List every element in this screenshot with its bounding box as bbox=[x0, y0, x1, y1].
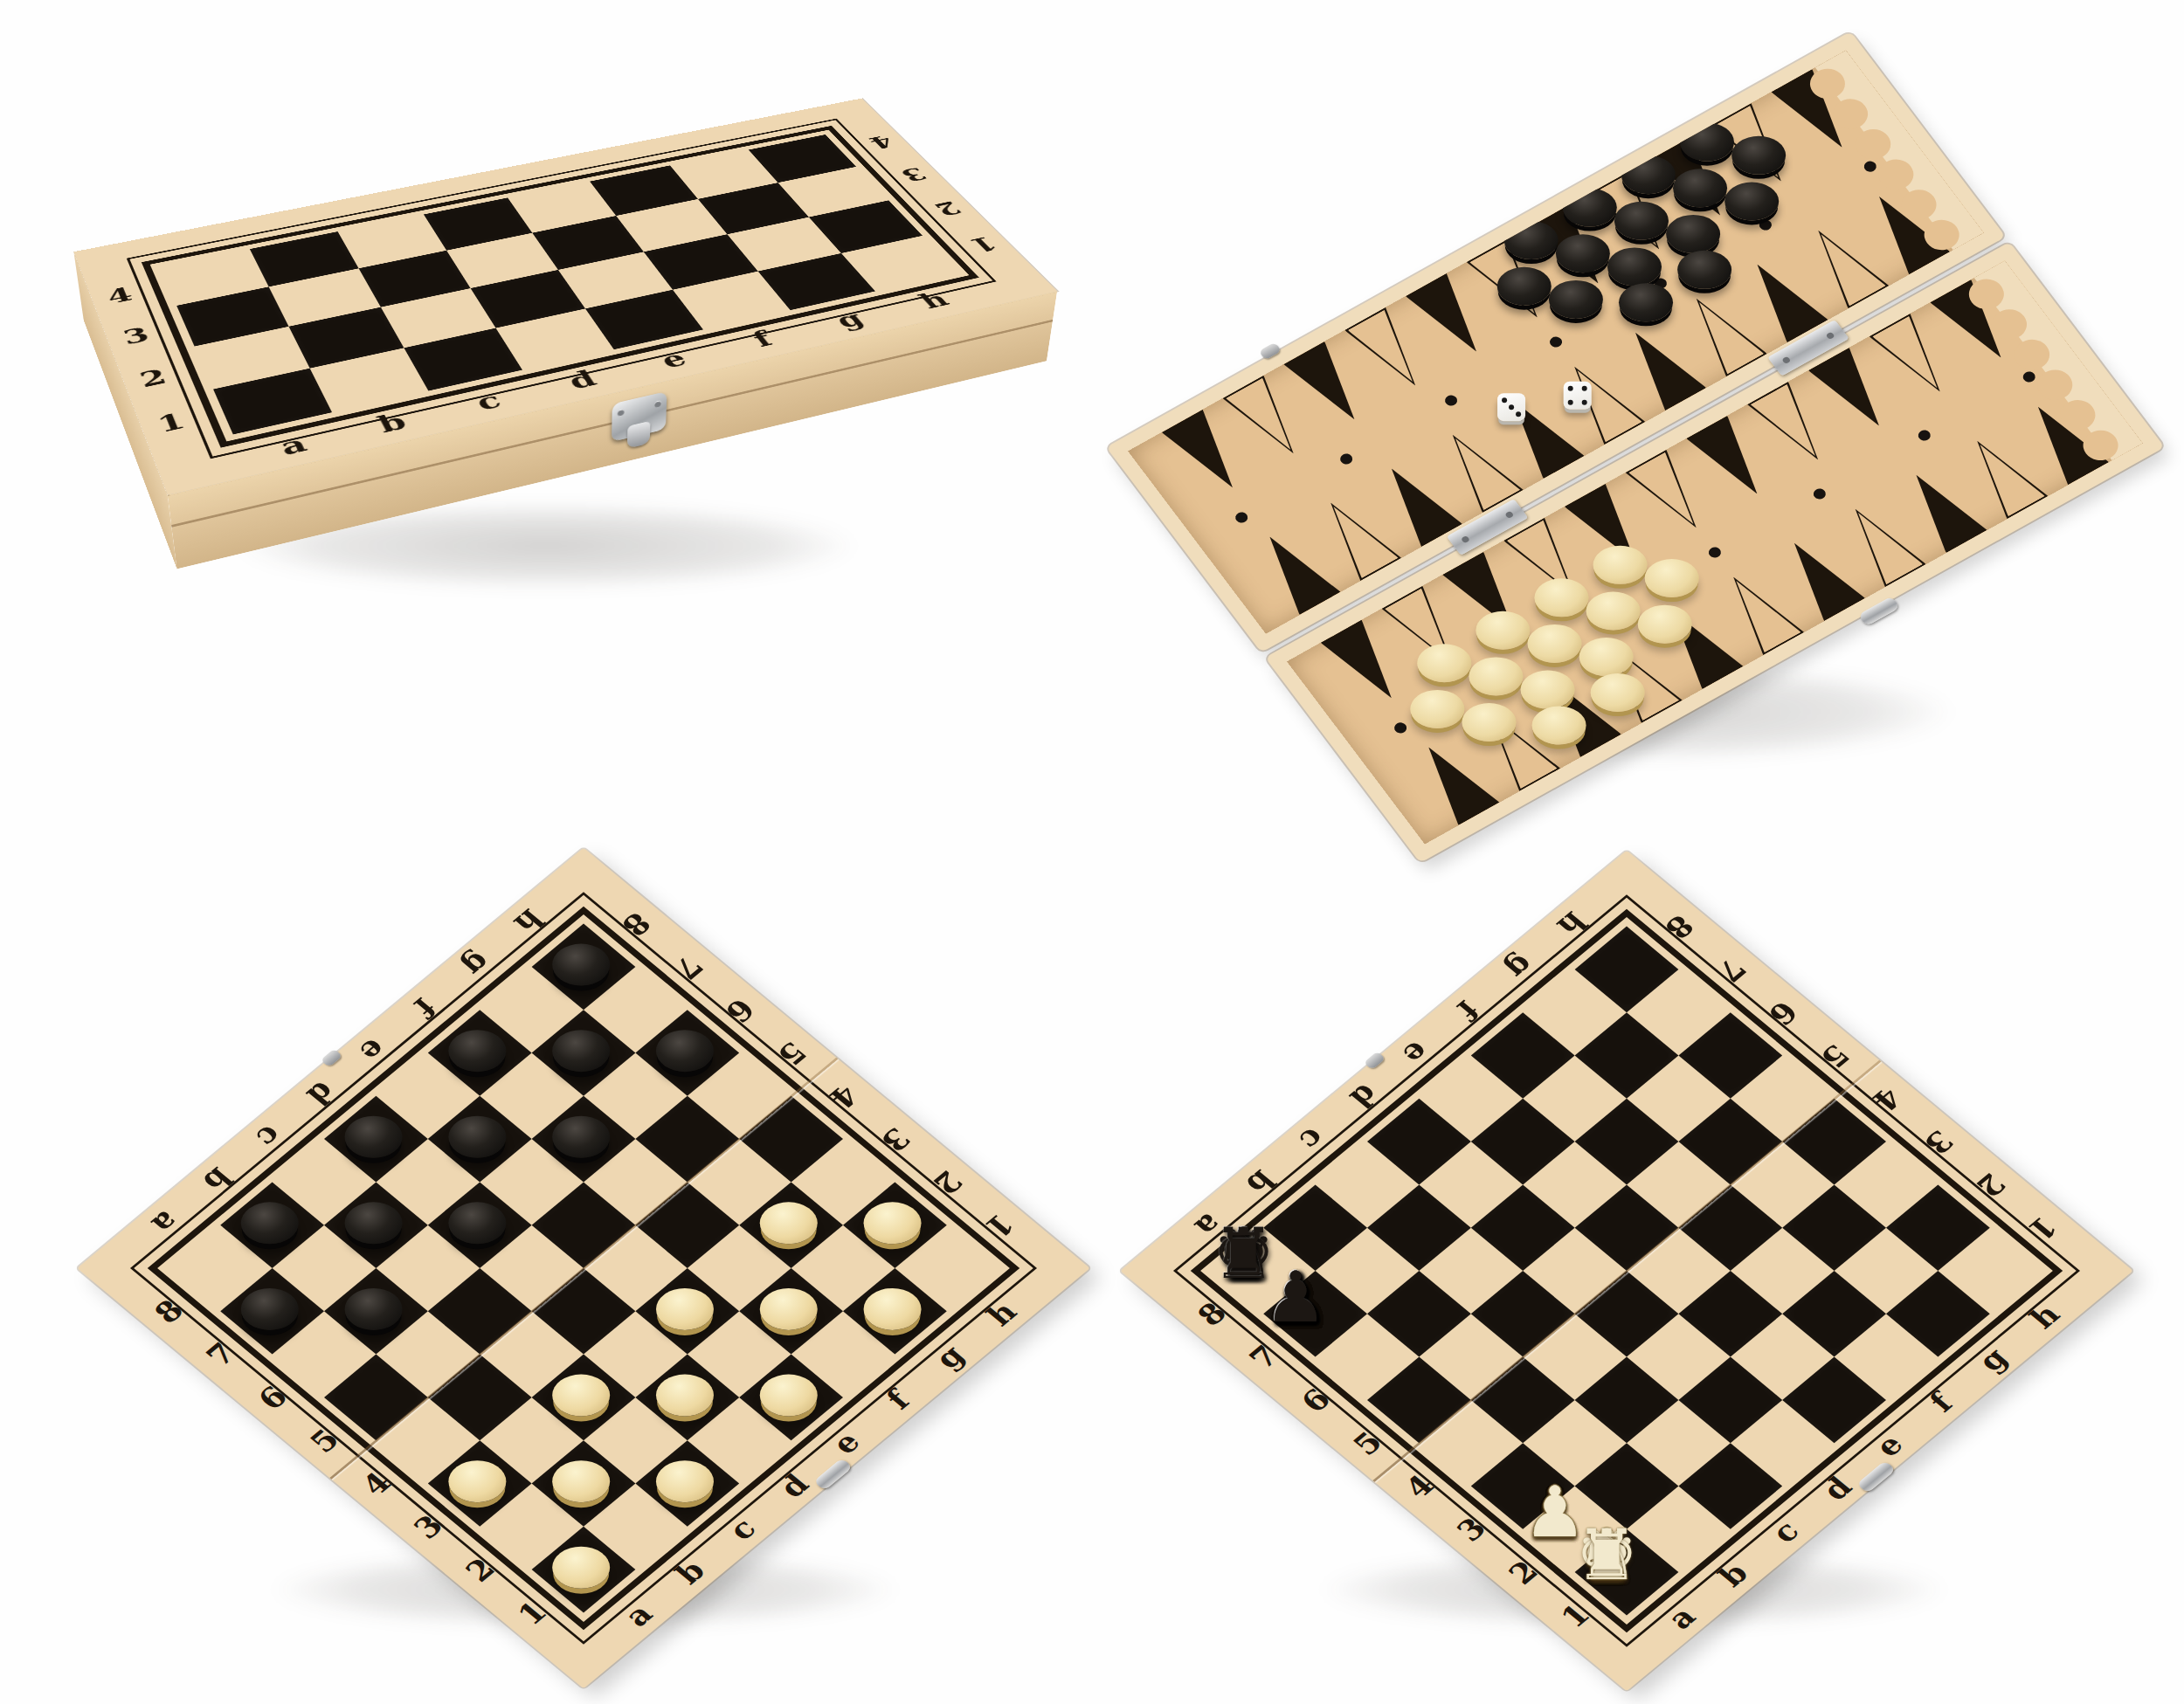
checkers-rank-label-right: 2 bbox=[923, 1162, 971, 1203]
lid-rank-label-rotated: 3 bbox=[891, 164, 936, 185]
lid-rank-label: 2 bbox=[130, 364, 176, 392]
backgammon-checker-light[interactable] bbox=[1586, 591, 1641, 630]
backgammon-upper-tray-interior-center-dot bbox=[1442, 393, 1459, 408]
backgammon-checker-black[interactable] bbox=[1607, 247, 1662, 286]
checkers-rank-label-right: 6 bbox=[715, 990, 764, 1031]
chess-rank-label-left: 8 bbox=[1188, 1294, 1236, 1335]
chess-inner: ♜♞♝♛♚♝♞♜♟♟♟♟♟♟♟♟♟♟♟♟♟♟♟♟♜♞♝♛♚♝♞♜aabbccdd… bbox=[1212, 927, 2042, 1616]
backgammon-checker-light[interactable] bbox=[1532, 706, 1586, 744]
backgammon-lower-tray-interior-center-dot bbox=[2021, 369, 2037, 384]
backgammon-point-hollow[interactable] bbox=[1310, 491, 1402, 581]
backgammon-checker-black[interactable] bbox=[1731, 136, 1786, 175]
backgammon-checker-light[interactable] bbox=[1462, 703, 1516, 742]
backgammon-lower-tray-interior-center-dot bbox=[1916, 428, 1932, 443]
backgammon-checker-black[interactable] bbox=[1666, 215, 1720, 253]
checker-disc-black-e7[interactable] bbox=[448, 1116, 506, 1158]
backgammon-checker-light[interactable] bbox=[1476, 611, 1530, 650]
backgammon-checker-light[interactable] bbox=[1528, 624, 1582, 663]
die-pip bbox=[1509, 404, 1514, 410]
clasp-hook-icon bbox=[627, 421, 651, 449]
checkers-rank-label-right: 1 bbox=[975, 1205, 1023, 1245]
chess-rank-label-right: 7 bbox=[1707, 950, 1755, 990]
lid-rank-label-rotated: 2 bbox=[925, 197, 971, 220]
backgammon-checker-light[interactable] bbox=[1534, 578, 1588, 617]
chess-rank-label-right: 1 bbox=[2018, 1208, 2066, 1248]
backgammon-lower-tray-interior-scallop-notch bbox=[2031, 364, 2079, 406]
checkers-rank-label-left: 3 bbox=[404, 1507, 453, 1547]
chess-rank-label-left: 1 bbox=[1552, 1596, 1600, 1636]
backgammon-checker-light[interactable] bbox=[1591, 673, 1645, 712]
checker-disc-black-d6[interactable] bbox=[448, 1202, 506, 1244]
chess-piece-white-r-a1[interactable]: ♜ bbox=[1569, 1519, 1644, 1592]
checker-disc-white-d2[interactable] bbox=[656, 1375, 714, 1417]
checker-disc-white-g1[interactable] bbox=[864, 1288, 922, 1330]
backgammon-point[interactable] bbox=[1283, 341, 1375, 431]
checker-disc-black-c7[interactable] bbox=[345, 1202, 403, 1244]
backgammon-point[interactable] bbox=[1406, 273, 1497, 363]
backgammon-point[interactable] bbox=[1162, 410, 1254, 500]
die-pip bbox=[1582, 386, 1587, 391]
backgammon-point[interactable] bbox=[1249, 525, 1341, 615]
checker-disc-white-h2[interactable] bbox=[864, 1202, 922, 1244]
backgammon-point-hollow[interactable] bbox=[1870, 314, 1961, 404]
die-showing-4[interactable] bbox=[1564, 382, 1592, 410]
backgammon-checker-light[interactable] bbox=[1469, 657, 1523, 695]
lid-rank-label-rotated: 4 bbox=[860, 132, 903, 152]
backgammon-point-hollow[interactable] bbox=[1798, 219, 1890, 309]
chess-rank-label-right: 8 bbox=[1655, 907, 1704, 947]
checker-disc-white-e1[interactable] bbox=[760, 1375, 818, 1417]
lid-rank-label: 1 bbox=[148, 408, 195, 438]
checker-disc-black-d8[interactable] bbox=[345, 1116, 403, 1158]
backgammon-checker-black[interactable] bbox=[1619, 283, 1673, 321]
lid-rank-label-rotated: 1 bbox=[959, 232, 1006, 256]
backgammon-point-hollow[interactable] bbox=[1957, 430, 2049, 520]
backgammon-checker-black[interactable] bbox=[1621, 155, 1676, 194]
checkers-rank-label-left: 4 bbox=[353, 1464, 401, 1504]
backgammon-point[interactable] bbox=[1773, 532, 1865, 622]
backgammon-lower-tray-interior-center-dot bbox=[1706, 545, 1723, 560]
checker-disc-black-a7[interactable] bbox=[241, 1288, 299, 1330]
backgammon-upper-tray-interior-center-dot bbox=[1234, 510, 1250, 525]
backgammon-upper-tray-interior-scallop-notch bbox=[1872, 154, 1920, 196]
checker-disc-white-g3[interactable] bbox=[760, 1202, 818, 1244]
die-showing-3[interactable] bbox=[1497, 393, 1525, 421]
backgammon-point[interactable] bbox=[1737, 253, 1828, 343]
backgammon-point[interactable] bbox=[1808, 348, 1900, 438]
chess-rank-label-right: 6 bbox=[1759, 993, 1807, 1033]
backgammon-point[interactable] bbox=[1896, 464, 1987, 554]
chess-rank-label-right: 3 bbox=[1915, 1122, 1963, 1162]
backgammon-lower-tray-interior-center-dot bbox=[1811, 486, 1828, 501]
backgammon-point[interactable] bbox=[1408, 735, 1500, 825]
backgammon-point-hollow[interactable] bbox=[1625, 450, 1717, 540]
backgammon-lower-tray-interior-center-dot bbox=[1392, 721, 1408, 735]
backgammon-checker-black[interactable] bbox=[1549, 280, 1603, 319]
backgammon-checker-light[interactable] bbox=[1521, 671, 1575, 709]
chess-file-label-bottom: h bbox=[2008, 1285, 2083, 1348]
backgammon-point[interactable] bbox=[1321, 620, 1413, 710]
backgammon-checker-light[interactable] bbox=[1410, 690, 1464, 728]
checkers-rank-label-left: 1 bbox=[508, 1593, 556, 1633]
checkers-file-label-top: h bbox=[491, 890, 566, 953]
chess-rank-label-left: 3 bbox=[1448, 1509, 1496, 1549]
backgammon-checker-light[interactable] bbox=[1645, 559, 1699, 597]
lid-file-label: d bbox=[538, 362, 626, 398]
backgammon-checker-light[interactable] bbox=[1593, 546, 1648, 584]
backgammon-upper-tray-interior-center-dot bbox=[1547, 335, 1564, 349]
backgammon-checker-light[interactable] bbox=[1638, 605, 1692, 644]
checker-disc-black-f6[interactable] bbox=[552, 1116, 610, 1158]
checker-disc-black-g7[interactable] bbox=[552, 1030, 610, 1072]
chess-rank-label-right: 2 bbox=[1966, 1165, 2015, 1205]
die-pip bbox=[1568, 386, 1573, 391]
checker-disc-white-a3[interactable] bbox=[448, 1460, 506, 1502]
chess-rank-label-left: 7 bbox=[1240, 1337, 1288, 1377]
backgammon-checker-black[interactable] bbox=[1504, 221, 1559, 259]
chess-rank-label-left: 2 bbox=[1499, 1553, 1547, 1593]
checker-disc-white-c1[interactable] bbox=[656, 1460, 714, 1502]
die-pip bbox=[1582, 400, 1587, 405]
backgammon-point-hollow[interactable] bbox=[1713, 565, 1805, 655]
checkers-rank-label-right: 8 bbox=[612, 904, 660, 944]
die-pip bbox=[1568, 400, 1573, 405]
backgammon-point-hollow[interactable] bbox=[1747, 382, 1839, 472]
lid-rank-label: 4 bbox=[98, 283, 141, 308]
backgammon-point-hollow[interactable] bbox=[1676, 287, 1767, 377]
backgammon-checker-black[interactable] bbox=[1563, 189, 1617, 227]
backgammon-upper-tray-interior-center-dot bbox=[1338, 452, 1355, 466]
checkers-rank-label-right: 5 bbox=[768, 1033, 816, 1073]
checker-disc-black-b6[interactable] bbox=[345, 1288, 403, 1330]
checkers-rank-label-left: 8 bbox=[145, 1292, 193, 1332]
backgammon-checker-black[interactable] bbox=[1724, 182, 1779, 220]
backgammon-checker-black[interactable] bbox=[1680, 123, 1734, 162]
checker-disc-black-h8[interactable] bbox=[552, 944, 610, 986]
backgammon-upper-tray-interior-center-dot bbox=[1862, 159, 1878, 174]
backgammon-upper-tray-interior-center-dot bbox=[1757, 217, 1773, 232]
backgammon-point[interactable] bbox=[1686, 416, 1778, 506]
backgammon-checker-light[interactable] bbox=[1579, 638, 1634, 676]
checkers-rank-label-left: 6 bbox=[249, 1378, 297, 1418]
checker-disc-black-b8[interactable] bbox=[241, 1202, 299, 1244]
backgammon-point[interactable] bbox=[1615, 321, 1707, 411]
chess-rank-label-right: 4 bbox=[1863, 1079, 1911, 1119]
checker-disc-white-a1[interactable] bbox=[552, 1547, 610, 1589]
backgammon-checker-light[interactable] bbox=[1417, 644, 1471, 682]
checkers-rank-label-left: 7 bbox=[197, 1335, 245, 1375]
checkers-inner: aabbccddeeffgghh8877665544332211 bbox=[169, 924, 999, 1613]
checker-disc-white-b2[interactable] bbox=[552, 1460, 610, 1502]
checkers-rank-label-left: 5 bbox=[301, 1421, 349, 1461]
backgammon-point-hollow[interactable] bbox=[1344, 307, 1436, 397]
chess-rank-label-right: 5 bbox=[1811, 1036, 1859, 1076]
backgammon-point-hollow[interactable] bbox=[1835, 498, 1926, 588]
chess-rank-label-left: 6 bbox=[1292, 1381, 1340, 1421]
checker-disc-black-f8[interactable] bbox=[448, 1030, 506, 1072]
checkers-file-label-bottom: h bbox=[964, 1282, 1040, 1345]
checker-disc-white-f2[interactable] bbox=[760, 1288, 818, 1330]
backgammon-point-hollow[interactable] bbox=[1222, 376, 1314, 466]
chess-rank-label-left: 5 bbox=[1344, 1424, 1392, 1464]
die-pip bbox=[1502, 397, 1507, 403]
checker-disc-black-h6[interactable] bbox=[656, 1030, 714, 1072]
chess-rank-label-left: 4 bbox=[1396, 1466, 1444, 1507]
backgammon-checker-black[interactable] bbox=[1497, 267, 1552, 306]
die-pip bbox=[1516, 411, 1521, 417]
backgammon-checker-black[interactable] bbox=[1556, 234, 1610, 273]
checkers-rank-label-right: 3 bbox=[872, 1120, 920, 1160]
backgammon-checker-black[interactable] bbox=[1677, 251, 1731, 289]
checker-disc-white-e3[interactable] bbox=[656, 1288, 714, 1330]
lid-rank-label: 3 bbox=[114, 322, 158, 348]
backgammon-point-hollow[interactable] bbox=[1432, 424, 1524, 514]
backgammon-checker-black[interactable] bbox=[1614, 202, 1669, 240]
chess-file-label-top: h bbox=[1534, 893, 1609, 955]
checker-disc-white-c3[interactable] bbox=[552, 1375, 610, 1417]
box-clasp[interactable] bbox=[605, 390, 674, 454]
backgammon-checker-black[interactable] bbox=[1673, 169, 1727, 207]
backgammon-point[interactable] bbox=[1371, 457, 1462, 547]
checkers-rank-label-left: 2 bbox=[456, 1550, 504, 1590]
product-photo: 44332211abcdefgh aabbccddeeffgghh8877665… bbox=[0, 0, 2184, 1704]
chess-piece-black-p-a7[interactable]: ♟ bbox=[1258, 1261, 1333, 1335]
checkers-rank-label-right: 7 bbox=[664, 948, 712, 988]
checkers-rank-label-right: 4 bbox=[819, 1076, 867, 1116]
